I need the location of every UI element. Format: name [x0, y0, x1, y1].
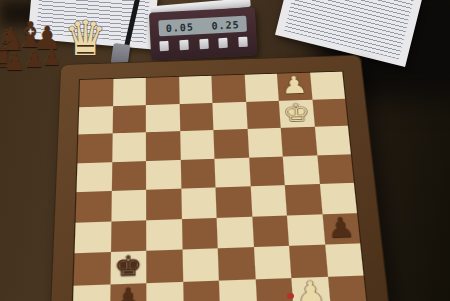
clock-left-time: 0.05: [165, 21, 194, 33]
captured-white-queen: ♛: [64, 14, 107, 62]
square-r4c8[interactable]: [317, 154, 354, 184]
square-r5c4[interactable]: [181, 187, 217, 218]
square-r8c5[interactable]: [219, 279, 257, 301]
square-r4c5[interactable]: [214, 157, 250, 187]
square-r3c6[interactable]: [247, 128, 283, 157]
white-pawn-piece[interactable]: ♟: [295, 277, 326, 301]
clock-button[interactable]: [238, 37, 248, 47]
square-r8c4[interactable]: [183, 280, 220, 301]
square-r1c1[interactable]: [79, 79, 113, 107]
square-r6c6[interactable]: [252, 215, 289, 247]
square-r6c4[interactable]: [181, 217, 217, 249]
square-r6c8[interactable]: ♟: [322, 213, 360, 245]
chess-board: ♟♚♟♚♟♟: [49, 55, 393, 301]
square-r8c1[interactable]: [73, 284, 110, 301]
captured-black-pawn: ♟: [42, 47, 62, 69]
square-r2c6[interactable]: [246, 100, 281, 129]
square-r3c3[interactable]: [146, 131, 180, 160]
square-r4c2[interactable]: [111, 161, 146, 191]
square-r3c4[interactable]: [180, 130, 215, 159]
square-r7c3[interactable]: [146, 250, 182, 283]
square-r5c5[interactable]: [215, 186, 251, 217]
clock-button[interactable]: [199, 39, 209, 49]
square-r7c4[interactable]: [182, 248, 219, 281]
square-r5c6[interactable]: [250, 185, 287, 216]
square-r7c6[interactable]: [253, 246, 291, 279]
black-pawn-piece[interactable]: ♟: [113, 283, 142, 301]
square-r2c5[interactable]: [212, 101, 247, 130]
black-pawn-piece[interactable]: ♟: [326, 213, 357, 241]
square-r2c4[interactable]: [179, 103, 213, 132]
square-r3c8[interactable]: [314, 126, 351, 155]
square-r3c1[interactable]: [77, 133, 112, 163]
square-r6c7[interactable]: [287, 214, 325, 246]
square-r1c6[interactable]: [244, 74, 279, 102]
square-r5c8[interactable]: [319, 183, 357, 214]
square-r2c8[interactable]: [312, 98, 348, 126]
paper-text-lines: [284, 0, 413, 59]
clock-button[interactable]: [159, 41, 169, 51]
square-r5c7[interactable]: [285, 184, 322, 215]
square-r2c2[interactable]: [112, 105, 146, 134]
square-r6c1[interactable]: [75, 221, 111, 253]
square-r3c7[interactable]: [281, 127, 317, 156]
square-r5c3[interactable]: [146, 189, 181, 220]
square-r3c5[interactable]: [213, 129, 248, 158]
clock-button[interactable]: [179, 40, 189, 50]
square-r1c3[interactable]: [146, 77, 179, 105]
square-r7c7[interactable]: [289, 245, 327, 278]
clock-right-time: 0.25: [211, 19, 240, 31]
square-r5c2[interactable]: [111, 190, 146, 221]
black-king-piece[interactable]: ♚: [114, 251, 143, 280]
square-r6c3[interactable]: [146, 219, 182, 251]
square-r8c8[interactable]: [327, 275, 367, 301]
red-light-reflection: [287, 293, 294, 299]
square-r1c4[interactable]: [179, 76, 213, 104]
tournament-table-photo: 0.05 0.25 ♜♞♝♟♟♟♟ ♛ ♟♚♟♚♟♟: [0, 0, 450, 301]
captured-black-pawn: ♟: [4, 50, 26, 74]
square-r4c7[interactable]: [283, 155, 320, 185]
chess-clock[interactable]: 0.05 0.25: [149, 2, 258, 63]
square-r2c7[interactable]: ♚: [279, 99, 315, 128]
clock-button[interactable]: [219, 38, 229, 48]
square-r7c2[interactable]: ♚: [110, 251, 146, 284]
square-r4c4[interactable]: [180, 158, 215, 188]
square-r4c1[interactable]: [76, 162, 111, 192]
square-r6c2[interactable]: [110, 220, 146, 252]
board-grid: ♟♚♟♚♟♟: [73, 72, 367, 301]
square-r1c8[interactable]: [310, 72, 345, 100]
square-r7c8[interactable]: [325, 243, 364, 276]
square-r8c2[interactable]: ♟: [109, 283, 146, 301]
square-r1c2[interactable]: [113, 78, 146, 106]
square-r3c2[interactable]: [112, 132, 146, 161]
white-king-piece[interactable]: ♚: [282, 100, 310, 125]
white-pawn-piece[interactable]: ♟: [280, 73, 308, 97]
square-r8c7[interactable]: ♟: [291, 276, 330, 301]
square-r1c5[interactable]: [211, 75, 245, 103]
square-r2c1[interactable]: [78, 106, 112, 135]
square-r6c5[interactable]: [217, 216, 254, 248]
square-r8c3[interactable]: [146, 281, 183, 301]
square-r5c1[interactable]: [76, 191, 112, 222]
square-r4c3[interactable]: [146, 159, 181, 189]
square-r7c1[interactable]: [74, 252, 111, 285]
square-r4c6[interactable]: [249, 156, 285, 186]
square-r1c7[interactable]: ♟: [277, 73, 312, 101]
square-r7c5[interactable]: [218, 247, 255, 280]
square-r2c3[interactable]: [146, 104, 180, 133]
